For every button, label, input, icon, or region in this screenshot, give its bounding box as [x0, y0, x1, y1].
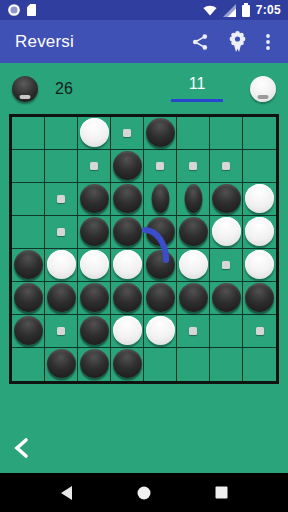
- white-disc-b5: [47, 250, 76, 279]
- board-cell-f2[interactable]: [177, 150, 210, 183]
- legal-move-hint-b3: [57, 195, 65, 203]
- board-cell-c7[interactable]: [78, 315, 111, 348]
- board-cell-e6[interactable]: [144, 282, 177, 315]
- board-cell-d3[interactable]: [111, 183, 144, 216]
- legal-move-hint-c2: [90, 162, 98, 170]
- nav-recents-button[interactable]: [211, 482, 232, 503]
- android-nav-bar: [0, 473, 288, 512]
- black-disc-b8: [47, 349, 76, 378]
- black-disc-c8: [80, 349, 109, 378]
- board-cell-a8[interactable]: [12, 348, 45, 381]
- board-cell-h5[interactable]: [243, 249, 276, 282]
- black-disc-a6: [14, 283, 43, 312]
- board-cell-d6[interactable]: [111, 282, 144, 315]
- share-button[interactable]: [185, 27, 215, 57]
- board-cell-a4[interactable]: [12, 216, 45, 249]
- cell-signal-icon: [223, 4, 236, 17]
- black-score: 26: [55, 80, 73, 98]
- legal-move-hint-b4: [57, 228, 65, 236]
- board-cell-e8[interactable]: [144, 348, 177, 381]
- board-cell-c6[interactable]: [78, 282, 111, 315]
- disc-rim-highlight: [20, 95, 31, 99]
- board-cell-a1[interactable]: [12, 117, 45, 150]
- board-cell-f6[interactable]: [177, 282, 210, 315]
- white-player-disc-icon: [250, 76, 276, 102]
- board-cell-f1[interactable]: [177, 117, 210, 150]
- board-cell-e4[interactable]: [144, 216, 177, 249]
- board-cell-b6[interactable]: [45, 282, 78, 315]
- board-cell-e2[interactable]: [144, 150, 177, 183]
- achievements-icon: [227, 31, 248, 53]
- app-bar: Reversi: [0, 20, 288, 63]
- board-cell-b8[interactable]: [45, 348, 78, 381]
- black-disc-b6: [47, 283, 76, 312]
- score-row: 26 11: [0, 63, 288, 114]
- black-disc-c7: [80, 316, 109, 345]
- board-cell-d4[interactable]: [111, 216, 144, 249]
- black-disc-d2: [113, 151, 142, 180]
- legal-move-hint-h7: [256, 327, 264, 335]
- black-disc-g6: [212, 283, 241, 312]
- board-cell-f7[interactable]: [177, 315, 210, 348]
- board-cell-f4[interactable]: [177, 216, 210, 249]
- black-disc-d4: [113, 217, 142, 246]
- black-disc-e1: [146, 118, 175, 147]
- black-disc-e3: [152, 184, 170, 213]
- legal-move-hint-d1: [123, 129, 131, 137]
- white-disc-f5: [179, 250, 208, 279]
- black-disc-c3: [80, 184, 109, 213]
- black-disc-a7: [14, 316, 43, 345]
- recents-square-icon: [215, 486, 228, 499]
- board-cell-b4[interactable]: [45, 216, 78, 249]
- board-cell-f8[interactable]: [177, 348, 210, 381]
- white-disc-h4: [245, 217, 274, 246]
- board-cell-e1[interactable]: [144, 117, 177, 150]
- board-cell-g4[interactable]: [210, 216, 243, 249]
- black-disc-d8: [113, 349, 142, 378]
- page-title: Reversi: [15, 32, 185, 52]
- legal-move-hint-f7: [189, 327, 197, 335]
- board-cell-d2[interactable]: [111, 150, 144, 183]
- white-disc-e7: [146, 316, 175, 345]
- wifi-icon: [203, 5, 217, 16]
- board-cell-b7[interactable]: [45, 315, 78, 348]
- board-cell-h3[interactable]: [243, 183, 276, 216]
- board-cell-a7[interactable]: [12, 315, 45, 348]
- black-disc-e6: [146, 283, 175, 312]
- achievements-button[interactable]: [221, 25, 254, 59]
- board-cell-a3[interactable]: [12, 183, 45, 216]
- white-score-group: 11: [171, 75, 223, 102]
- screen: 7:05 Reversi: [0, 0, 288, 512]
- legal-move-hint-e2: [156, 162, 164, 170]
- board-cell-c8[interactable]: [78, 348, 111, 381]
- black-disc-d3: [113, 184, 142, 213]
- white-disc-g4: [212, 217, 241, 246]
- disc-rim-highlight: [258, 95, 269, 99]
- legal-move-hint-b7: [57, 327, 65, 335]
- board-cell-d1[interactable]: [111, 117, 144, 150]
- black-disc-a5: [14, 250, 43, 279]
- white-score: 11: [189, 75, 206, 93]
- white-disc-c1: [80, 118, 109, 147]
- black-disc-c6: [80, 283, 109, 312]
- board-cell-h8[interactable]: [243, 348, 276, 381]
- share-icon: [191, 33, 209, 51]
- white-disc-h5: [245, 250, 274, 279]
- board-cell-f3[interactable]: [177, 183, 210, 216]
- board-cell-h4[interactable]: [243, 216, 276, 249]
- board-cell-g5[interactable]: [210, 249, 243, 282]
- reversi-board: [9, 114, 279, 384]
- board-cell-c1[interactable]: [78, 117, 111, 150]
- board-cell-b2[interactable]: [45, 150, 78, 183]
- black-disc-f3: [185, 184, 203, 213]
- board-cell-h6[interactable]: [243, 282, 276, 315]
- board-cell-d8[interactable]: [111, 348, 144, 381]
- black-disc-c4: [80, 217, 109, 246]
- board-cell-a2[interactable]: [12, 150, 45, 183]
- board-cell-e7[interactable]: [144, 315, 177, 348]
- board-cell-h1[interactable]: [243, 117, 276, 150]
- black-disc-h6: [245, 283, 274, 312]
- board-cell-g8[interactable]: [210, 348, 243, 381]
- battery-icon: [242, 5, 250, 17]
- chevron-left-icon: [12, 436, 32, 460]
- board-cell-g7[interactable]: [210, 315, 243, 348]
- board-cell-h2[interactable]: [243, 150, 276, 183]
- black-disc-g3: [212, 184, 241, 213]
- board-cell-g6[interactable]: [210, 282, 243, 315]
- white-disc-c5: [80, 250, 109, 279]
- back-triangle-icon: [60, 486, 72, 500]
- board-cell-d7[interactable]: [111, 315, 144, 348]
- home-circle-icon: [137, 486, 151, 500]
- board-cell-b3[interactable]: [45, 183, 78, 216]
- board-cell-d5[interactable]: [111, 249, 144, 282]
- board-cell-g2[interactable]: [210, 150, 243, 183]
- legal-move-hint-f2: [189, 162, 197, 170]
- black-disc-f6: [179, 283, 208, 312]
- board-cell-g3[interactable]: [210, 183, 243, 216]
- board-cell-a6[interactable]: [12, 282, 45, 315]
- legal-move-hint-g5: [222, 261, 230, 269]
- black-disc-e4: [146, 217, 175, 246]
- game-area: 26 11: [0, 63, 288, 473]
- overflow-menu-button[interactable]: [260, 28, 276, 56]
- board-cell-c5[interactable]: [78, 249, 111, 282]
- black-disc-f4: [179, 217, 208, 246]
- board-cell-e5[interactable]: [144, 249, 177, 282]
- board-cell-a5[interactable]: [12, 249, 45, 282]
- black-disc-d6: [113, 283, 142, 312]
- white-disc-d5: [113, 250, 142, 279]
- board-cell-b5[interactable]: [45, 249, 78, 282]
- board-cell-c3[interactable]: [78, 183, 111, 216]
- turn-indicator-underline: [171, 99, 223, 102]
- board-cell-c2[interactable]: [78, 150, 111, 183]
- board-cell-b1[interactable]: [45, 117, 78, 150]
- legal-move-hint-g2: [222, 162, 230, 170]
- clock: 7:05: [256, 3, 281, 17]
- status-bar: 7:05: [0, 0, 288, 20]
- overflow-menu-icon: [266, 34, 270, 50]
- board-cell-g1[interactable]: [210, 117, 243, 150]
- board-container: [9, 114, 279, 384]
- board-cell-e3[interactable]: [144, 183, 177, 216]
- data-ring-icon: [7, 3, 21, 17]
- sd-card-icon: [27, 4, 36, 16]
- undo-back-button[interactable]: [8, 432, 36, 467]
- nav-back-button[interactable]: [56, 482, 76, 504]
- black-player-disc-icon: [12, 76, 38, 102]
- board-cell-c4[interactable]: [78, 216, 111, 249]
- nav-home-button[interactable]: [133, 482, 155, 504]
- white-disc-h3: [245, 184, 274, 213]
- white-disc-d7: [113, 316, 142, 345]
- black-disc-e5: [146, 250, 175, 279]
- board-cell-h7[interactable]: [243, 315, 276, 348]
- board-cell-f5[interactable]: [177, 249, 210, 282]
